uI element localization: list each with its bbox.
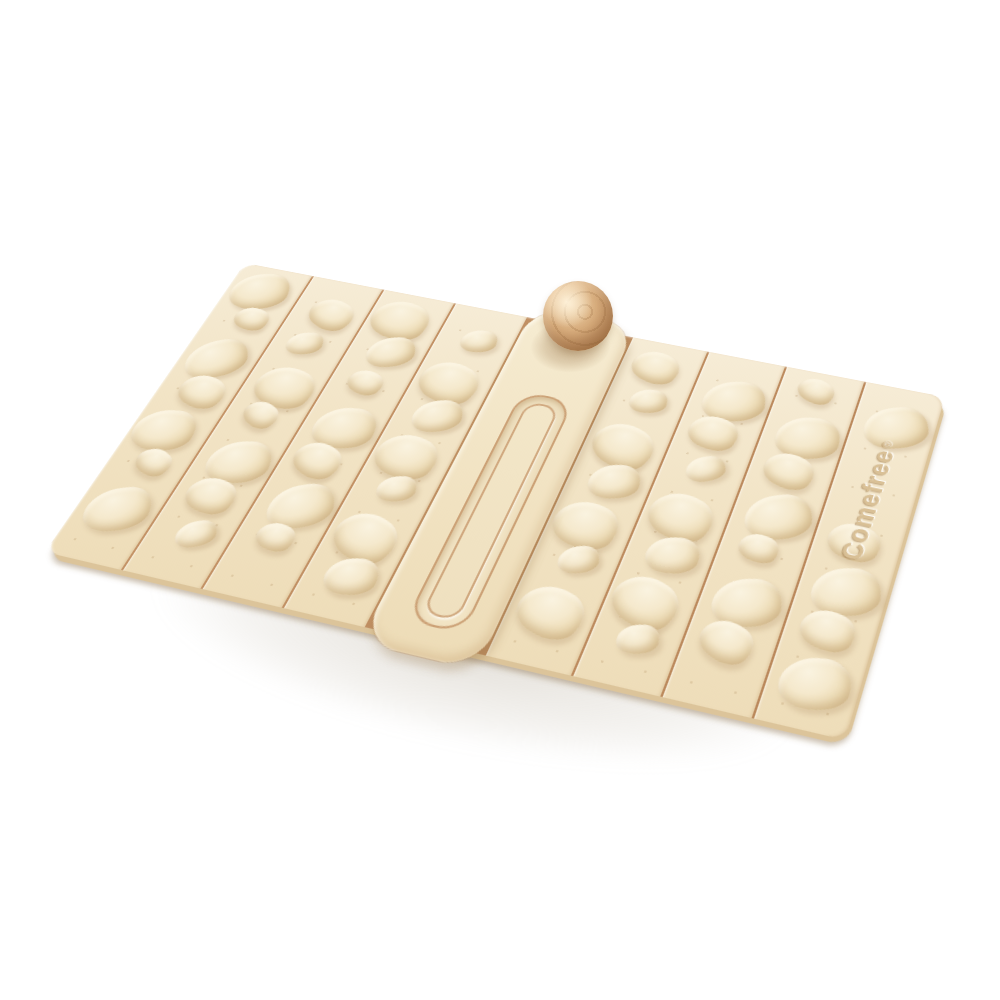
bump xyxy=(364,336,417,369)
registered-mark-icon: ® xyxy=(880,439,894,449)
bump xyxy=(792,373,840,409)
bump xyxy=(811,568,882,617)
bump xyxy=(224,273,294,309)
bump xyxy=(624,345,687,390)
bump xyxy=(684,454,727,485)
bump xyxy=(318,557,383,597)
bump xyxy=(78,485,156,534)
bump xyxy=(615,624,661,654)
brand-label: Comefree xyxy=(835,447,901,564)
bump xyxy=(301,293,362,336)
wooden-massage-ball[interactable] xyxy=(543,281,613,351)
bump xyxy=(283,332,326,354)
bump xyxy=(457,330,500,353)
bump xyxy=(627,389,670,414)
bump xyxy=(557,545,599,576)
bump xyxy=(374,476,419,502)
product-photo-scene: Comefree® xyxy=(0,0,1000,1000)
bump xyxy=(170,369,234,414)
bump xyxy=(228,304,275,334)
bump xyxy=(174,518,218,550)
bump xyxy=(124,409,204,453)
bump xyxy=(341,366,389,400)
bump xyxy=(642,536,702,575)
bump xyxy=(506,577,596,649)
bump xyxy=(410,399,464,434)
bump xyxy=(586,465,642,499)
bump xyxy=(775,656,853,713)
